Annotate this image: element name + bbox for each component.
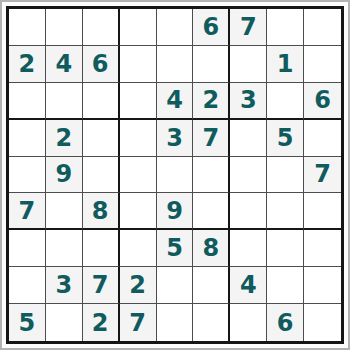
cell-r5c2-given: 9 [46, 157, 83, 194]
cell-r8c6-empty[interactable] [193, 267, 230, 304]
cell-r3c1-empty[interactable] [9, 83, 46, 120]
cell-r2c6-empty[interactable] [193, 46, 230, 83]
cell-r6c1-given: 7 [9, 193, 46, 230]
cell-r5c9-given: 7 [304, 157, 341, 194]
cell-r3c4-empty[interactable] [120, 83, 157, 120]
cell-r9c1-given: 5 [9, 304, 46, 341]
page: 67246142362375977895837245276 [0, 0, 350, 350]
cell-r4c2-given: 2 [46, 120, 83, 157]
cell-r4c8-given: 5 [267, 120, 304, 157]
cell-r7c8-empty[interactable] [267, 230, 304, 267]
cell-r4c4-empty[interactable] [120, 120, 157, 157]
cell-r5c3-empty[interactable] [83, 157, 120, 194]
cell-r7c4-empty[interactable] [120, 230, 157, 267]
cell-r2c2-given: 4 [46, 46, 83, 83]
cell-r1c5-empty[interactable] [157, 9, 194, 46]
cell-r4c6-given: 7 [193, 120, 230, 157]
cell-r2c9-empty[interactable] [304, 46, 341, 83]
cell-r7c1-empty[interactable] [9, 230, 46, 267]
cell-r3c2-empty[interactable] [46, 83, 83, 120]
cell-r6c5-given: 9 [157, 193, 194, 230]
cell-r6c2-empty[interactable] [46, 193, 83, 230]
cell-r1c9-empty[interactable] [304, 9, 341, 46]
cell-r2c5-empty[interactable] [157, 46, 194, 83]
cell-r8c4-given: 2 [120, 267, 157, 304]
cell-r3c9-given: 6 [304, 83, 341, 120]
cell-r7c2-empty[interactable] [46, 230, 83, 267]
cell-r6c6-empty[interactable] [193, 193, 230, 230]
cell-r5c6-empty[interactable] [193, 157, 230, 194]
cell-r4c1-empty[interactable] [9, 120, 46, 157]
cell-r8c2-given: 3 [46, 267, 83, 304]
cell-r1c7-given: 7 [230, 9, 267, 46]
cell-r4c7-empty[interactable] [230, 120, 267, 157]
cell-r8c3-given: 7 [83, 267, 120, 304]
cell-r2c4-empty[interactable] [120, 46, 157, 83]
cell-r6c9-empty[interactable] [304, 193, 341, 230]
cell-r2c1-given: 2 [9, 46, 46, 83]
cell-r7c7-empty[interactable] [230, 230, 267, 267]
cell-r4c5-given: 3 [157, 120, 194, 157]
cell-r5c5-empty[interactable] [157, 157, 194, 194]
cell-r9c8-given: 6 [267, 304, 304, 341]
cell-r6c4-empty[interactable] [120, 193, 157, 230]
cell-r5c1-empty[interactable] [9, 157, 46, 194]
cell-r9c3-given: 2 [83, 304, 120, 341]
cell-r7c9-empty[interactable] [304, 230, 341, 267]
cell-r1c8-empty[interactable] [267, 9, 304, 46]
cell-r1c2-empty[interactable] [46, 9, 83, 46]
cell-r7c6-given: 8 [193, 230, 230, 267]
cell-r5c4-empty[interactable] [120, 157, 157, 194]
cell-r9c7-empty[interactable] [230, 304, 267, 341]
cell-r6c7-empty[interactable] [230, 193, 267, 230]
cell-r8c5-empty[interactable] [157, 267, 194, 304]
cell-r9c9-empty[interactable] [304, 304, 341, 341]
cell-r2c3-given: 6 [83, 46, 120, 83]
cell-r6c8-empty[interactable] [267, 193, 304, 230]
cell-r2c7-empty[interactable] [230, 46, 267, 83]
cell-r5c8-empty[interactable] [267, 157, 304, 194]
cell-r4c9-empty[interactable] [304, 120, 341, 157]
cell-r7c5-given: 5 [157, 230, 194, 267]
cell-r3c5-given: 4 [157, 83, 194, 120]
cell-r5c7-empty[interactable] [230, 157, 267, 194]
cell-r1c6-given: 6 [193, 9, 230, 46]
cell-r1c1-empty[interactable] [9, 9, 46, 46]
cell-r8c9-empty[interactable] [304, 267, 341, 304]
cell-r8c1-empty[interactable] [9, 267, 46, 304]
cell-r9c6-empty[interactable] [193, 304, 230, 341]
cell-r9c4-given: 7 [120, 304, 157, 341]
cell-r1c4-empty[interactable] [120, 9, 157, 46]
cell-r3c3-empty[interactable] [83, 83, 120, 120]
cell-r6c3-given: 8 [83, 193, 120, 230]
cell-r2c8-given: 1 [267, 46, 304, 83]
cell-r8c7-given: 4 [230, 267, 267, 304]
cell-r3c7-given: 3 [230, 83, 267, 120]
cell-r1c3-empty[interactable] [83, 9, 120, 46]
cell-r9c5-empty[interactable] [157, 304, 194, 341]
cell-r7c3-empty[interactable] [83, 230, 120, 267]
cell-r9c2-empty[interactable] [46, 304, 83, 341]
cell-r3c8-empty[interactable] [267, 83, 304, 120]
sudoku-board: 67246142362375977895837245276 [6, 6, 344, 344]
cell-r3c6-given: 2 [193, 83, 230, 120]
cell-r4c3-empty[interactable] [83, 120, 120, 157]
cell-r8c8-empty[interactable] [267, 267, 304, 304]
